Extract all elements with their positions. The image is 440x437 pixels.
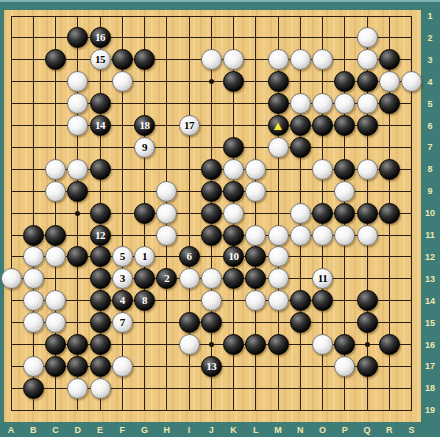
stone-black[interactable]	[223, 334, 244, 355]
stone-black[interactable]	[357, 71, 378, 92]
stone-black[interactable]	[379, 203, 400, 224]
stone-black[interactable]: 18	[134, 115, 155, 136]
row-label: 8	[427, 164, 432, 174]
column-label: F	[120, 425, 126, 435]
stone-white[interactable]	[1, 268, 22, 289]
stone-black[interactable]	[90, 93, 111, 114]
move-number-label: 2	[164, 273, 169, 284]
stone-black[interactable]	[223, 181, 244, 202]
stone-black[interactable]	[90, 334, 111, 355]
move-number-label: 8	[142, 295, 147, 306]
stone-white[interactable]	[312, 334, 333, 355]
stone-white[interactable]	[201, 49, 222, 70]
stone-white[interactable]	[268, 137, 289, 158]
stone-black[interactable]	[179, 312, 200, 333]
move-number-label: 5	[120, 251, 125, 262]
stone-white[interactable]	[312, 225, 333, 246]
column-label: J	[209, 425, 214, 435]
stone-black[interactable]	[334, 159, 355, 180]
row-label: 6	[427, 121, 432, 131]
move-number-label: 7	[120, 317, 125, 328]
stone-white[interactable]	[45, 312, 66, 333]
column-label: G	[141, 425, 148, 435]
stone-black[interactable]	[45, 334, 66, 355]
move-number-label: 17	[184, 120, 194, 131]
stone-white[interactable]	[357, 159, 378, 180]
row-label: 19	[425, 405, 435, 415]
stone-black[interactable]	[90, 246, 111, 267]
stone-black[interactable]: 12	[90, 225, 111, 246]
column-label: P	[342, 425, 348, 435]
stone-black[interactable]	[90, 290, 111, 311]
row-label: 2	[427, 33, 432, 43]
stone-white[interactable]	[156, 225, 177, 246]
stone-black[interactable]	[312, 115, 333, 136]
star-point	[365, 342, 370, 347]
stone-white[interactable]	[112, 356, 133, 377]
go-game-window: 1615141817▲91251610321148713 ABCDEFGHIJK…	[0, 0, 440, 437]
move-number-label: 12	[95, 230, 105, 241]
stone-black[interactable]	[90, 312, 111, 333]
row-label: 9	[427, 186, 432, 196]
move-number-label: 18	[140, 120, 150, 131]
stone-white[interactable]	[357, 27, 378, 48]
stone-white[interactable]	[45, 181, 66, 202]
column-label: K	[230, 425, 237, 435]
stone-white[interactable]	[334, 356, 355, 377]
stone-white[interactable]	[290, 93, 311, 114]
move-number-label: 1	[142, 251, 147, 262]
stone-white[interactable]	[23, 268, 44, 289]
stone-white[interactable]	[223, 159, 244, 180]
stone-white[interactable]	[334, 225, 355, 246]
stone-black[interactable]	[290, 312, 311, 333]
stone-black[interactable]	[379, 334, 400, 355]
stone-black[interactable]	[379, 93, 400, 114]
stone-white[interactable]	[156, 203, 177, 224]
row-label: 1	[427, 11, 432, 21]
stone-black[interactable]	[90, 356, 111, 377]
column-label: M	[274, 425, 282, 435]
stone-white[interactable]	[290, 225, 311, 246]
stone-black[interactable]	[290, 137, 311, 158]
stone-black[interactable]: ▲	[268, 115, 289, 136]
star-point	[209, 79, 214, 84]
stone-black[interactable]	[268, 334, 289, 355]
stone-white[interactable]	[245, 159, 266, 180]
stone-black[interactable]	[201, 225, 222, 246]
stone-white[interactable]	[334, 181, 355, 202]
stone-white[interactable]	[268, 290, 289, 311]
star-point	[75, 211, 80, 216]
stone-white[interactable]: 3	[112, 268, 133, 289]
stone-black[interactable]	[357, 290, 378, 311]
stone-white[interactable]: 9	[134, 137, 155, 158]
stone-white[interactable]	[23, 312, 44, 333]
stone-white[interactable]	[268, 246, 289, 267]
stone-white[interactable]	[357, 49, 378, 70]
move-number-label: 15	[95, 54, 105, 65]
row-label: 5	[427, 99, 432, 109]
move-number-label: 10	[229, 251, 239, 262]
triangle-marker: ▲	[272, 119, 285, 132]
stone-white[interactable]	[23, 246, 44, 267]
stone-black[interactable]	[90, 159, 111, 180]
column-label: E	[97, 425, 103, 435]
move-number-label: 9	[142, 142, 147, 153]
stone-black[interactable]	[223, 225, 244, 246]
stone-white[interactable]	[290, 203, 311, 224]
stone-black[interactable]	[334, 203, 355, 224]
row-label: 17	[425, 361, 435, 371]
column-label: L	[253, 425, 259, 435]
stone-white[interactable]	[223, 203, 244, 224]
stone-white[interactable]	[312, 159, 333, 180]
column-label: N	[297, 425, 304, 435]
stone-black[interactable]	[268, 93, 289, 114]
stone-white[interactable]	[90, 378, 111, 399]
stone-white[interactable]	[268, 225, 289, 246]
row-label: 7	[427, 142, 432, 152]
stone-white[interactable]	[245, 181, 266, 202]
column-label: Q	[363, 425, 370, 435]
stone-black[interactable]	[379, 159, 400, 180]
move-number-label: 11	[318, 273, 327, 284]
stone-white[interactable]: 15	[90, 49, 111, 70]
stone-black[interactable]	[23, 225, 44, 246]
stone-white[interactable]	[23, 356, 44, 377]
stone-white[interactable]: 7	[112, 312, 133, 333]
stone-black[interactable]: 6	[179, 246, 200, 267]
stone-white[interactable]	[156, 181, 177, 202]
row-label: 10	[425, 208, 435, 218]
stone-black[interactable]: 14	[90, 115, 111, 136]
stone-white[interactable]	[201, 268, 222, 289]
move-number-label: 16	[95, 32, 105, 43]
stone-white[interactable]	[357, 225, 378, 246]
stone-black[interactable]	[357, 203, 378, 224]
column-label: C	[52, 425, 59, 435]
column-label: D	[75, 425, 82, 435]
stone-black[interactable]	[223, 137, 244, 158]
row-label: 13	[425, 274, 435, 284]
move-number-label: 3	[120, 273, 125, 284]
stone-white[interactable]	[268, 268, 289, 289]
stone-black[interactable]	[290, 290, 311, 311]
column-label: I	[188, 425, 191, 435]
column-label: R	[386, 425, 393, 435]
stone-white[interactable]	[379, 71, 400, 92]
star-point	[209, 342, 214, 347]
stone-white[interactable]	[290, 49, 311, 70]
stone-black[interactable]	[357, 356, 378, 377]
row-label: 11	[425, 230, 435, 240]
stone-white[interactable]	[245, 225, 266, 246]
stone-white[interactable]	[179, 268, 200, 289]
stone-black[interactable]	[268, 71, 289, 92]
stone-black[interactable]: 4	[112, 290, 133, 311]
stone-white[interactable]	[268, 49, 289, 70]
stone-black[interactable]	[90, 268, 111, 289]
stone-black[interactable]: 16	[90, 27, 111, 48]
row-label: 14	[425, 296, 435, 306]
move-number-label: 14	[95, 120, 105, 131]
stone-black[interactable]	[357, 115, 378, 136]
column-label: A	[8, 425, 15, 435]
stone-white[interactable]	[357, 93, 378, 114]
stone-black[interactable]	[45, 356, 66, 377]
stone-black[interactable]	[90, 203, 111, 224]
stone-black[interactable]	[112, 49, 133, 70]
row-label: 12	[425, 252, 435, 262]
stone-black[interactable]	[312, 203, 333, 224]
stone-white[interactable]	[67, 159, 88, 180]
grid-line	[11, 410, 412, 411]
stone-white[interactable]	[201, 290, 222, 311]
move-number-label: 4	[120, 295, 125, 306]
stone-white[interactable]	[112, 71, 133, 92]
stone-black[interactable]	[201, 203, 222, 224]
stone-white[interactable]: 17	[179, 115, 200, 136]
stone-white[interactable]	[67, 378, 88, 399]
row-label: 15	[425, 318, 435, 328]
stone-black[interactable]	[357, 312, 378, 333]
row-label: 18	[425, 383, 435, 393]
move-number-label: 13	[206, 361, 216, 372]
row-label: 16	[425, 340, 435, 350]
stone-white[interactable]	[179, 334, 200, 355]
stone-black[interactable]	[379, 49, 400, 70]
stone-white[interactable]	[312, 93, 333, 114]
stone-black[interactable]	[201, 159, 222, 180]
stone-white[interactable]	[45, 159, 66, 180]
column-label: B	[30, 425, 37, 435]
column-label: H	[164, 425, 171, 435]
stone-black[interactable]	[45, 225, 66, 246]
row-label: 4	[427, 77, 432, 87]
stone-black[interactable]	[201, 312, 222, 333]
column-label: O	[319, 425, 326, 435]
stone-black[interactable]: 13	[201, 356, 222, 377]
stone-black[interactable]	[67, 181, 88, 202]
stone-black[interactable]	[201, 181, 222, 202]
column-label: S	[408, 425, 414, 435]
row-label: 3	[427, 55, 432, 65]
stone-black[interactable]	[290, 115, 311, 136]
move-number-label: 6	[187, 251, 192, 262]
stone-white[interactable]	[23, 290, 44, 311]
stone-black[interactable]	[134, 203, 155, 224]
stone-white[interactable]: 5	[112, 246, 133, 267]
stone-black[interactable]	[67, 356, 88, 377]
stone-black[interactable]	[23, 378, 44, 399]
